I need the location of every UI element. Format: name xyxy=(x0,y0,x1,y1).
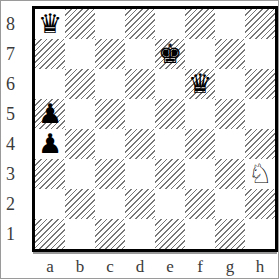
square-e1 xyxy=(155,219,185,249)
square-f6: ♛ xyxy=(185,69,215,99)
black-pawn-a5: ♟ xyxy=(38,100,62,127)
rank-label-6: 6 xyxy=(1,69,32,99)
square-c6 xyxy=(95,69,125,99)
file-label-e: e xyxy=(155,257,185,277)
chess-diagram-page: 87654321 ♛♚♛♟♟♘ abcdefgh xyxy=(0,0,279,279)
square-f3 xyxy=(185,159,215,189)
square-e6 xyxy=(155,69,185,99)
square-d5 xyxy=(125,99,155,129)
file-label-g: g xyxy=(215,257,245,277)
square-b4 xyxy=(65,129,95,159)
square-d7 xyxy=(125,39,155,69)
black-queen-f6: ♛ xyxy=(188,70,212,97)
square-a7 xyxy=(35,39,65,69)
square-b5 xyxy=(65,99,95,129)
square-h4 xyxy=(245,129,275,159)
square-d2 xyxy=(125,189,155,219)
square-h8 xyxy=(245,9,275,39)
square-b2 xyxy=(65,189,95,219)
square-a4: ♟ xyxy=(35,129,65,159)
square-b8 xyxy=(65,9,95,39)
square-d1 xyxy=(125,219,155,249)
square-a3 xyxy=(35,159,65,189)
square-e5 xyxy=(155,99,185,129)
square-e8 xyxy=(155,9,185,39)
rank-labels: 87654321 xyxy=(1,6,32,252)
square-c3 xyxy=(95,159,125,189)
black-queen-a8: ♛ xyxy=(38,10,62,37)
square-b6 xyxy=(65,69,95,99)
square-g1 xyxy=(215,219,245,249)
square-h5 xyxy=(245,99,275,129)
black-pawn-a4: ♟ xyxy=(38,130,62,157)
file-label-b: b xyxy=(65,257,95,277)
square-a2 xyxy=(35,189,65,219)
square-f8 xyxy=(185,9,215,39)
square-h6 xyxy=(245,69,275,99)
square-c7 xyxy=(95,39,125,69)
square-g8 xyxy=(215,9,245,39)
square-h1 xyxy=(245,219,275,249)
rank-label-8: 8 xyxy=(1,9,32,39)
square-e2 xyxy=(155,189,185,219)
square-g5 xyxy=(215,99,245,129)
rank-label-1: 1 xyxy=(1,219,32,249)
file-label-d: d xyxy=(125,257,155,277)
rank-label-5: 5 xyxy=(1,99,32,129)
rank-label-7: 7 xyxy=(1,39,32,69)
square-g7 xyxy=(215,39,245,69)
square-c5 xyxy=(95,99,125,129)
square-d6 xyxy=(125,69,155,99)
square-g6 xyxy=(215,69,245,99)
square-a8: ♛ xyxy=(35,9,65,39)
rank-label-2: 2 xyxy=(1,189,32,219)
rank-label-3: 3 xyxy=(1,159,32,189)
square-b7 xyxy=(65,39,95,69)
white-knight-h3: ♘ xyxy=(248,160,272,187)
rank-label-4: 4 xyxy=(1,129,32,159)
square-g3 xyxy=(215,159,245,189)
black-king-e7: ♚ xyxy=(158,40,182,67)
file-label-f: f xyxy=(185,257,215,277)
square-f4 xyxy=(185,129,215,159)
square-d3 xyxy=(125,159,155,189)
square-a1 xyxy=(35,219,65,249)
chess-board: ♛♚♛♟♟♘ xyxy=(32,6,278,252)
square-f7 xyxy=(185,39,215,69)
square-c1 xyxy=(95,219,125,249)
file-labels: abcdefgh xyxy=(35,257,278,277)
square-h3: ♘ xyxy=(245,159,275,189)
square-g4 xyxy=(215,129,245,159)
file-label-h: h xyxy=(245,257,275,277)
chess-diagram: 87654321 ♛♚♛♟♟♘ abcdefgh xyxy=(1,6,278,277)
square-c2 xyxy=(95,189,125,219)
square-d4 xyxy=(125,129,155,159)
square-h7 xyxy=(245,39,275,69)
square-f5 xyxy=(185,99,215,129)
file-label-a: a xyxy=(35,257,65,277)
square-c4 xyxy=(95,129,125,159)
square-a5: ♟ xyxy=(35,99,65,129)
square-f2 xyxy=(185,189,215,219)
square-b3 xyxy=(65,159,95,189)
board-area: 87654321 ♛♚♛♟♟♘ xyxy=(1,6,278,252)
square-d8 xyxy=(125,9,155,39)
square-g2 xyxy=(215,189,245,219)
square-h2 xyxy=(245,189,275,219)
square-a6 xyxy=(35,69,65,99)
square-c8 xyxy=(95,9,125,39)
square-e4 xyxy=(155,129,185,159)
square-e7: ♚ xyxy=(155,39,185,69)
square-f1 xyxy=(185,219,215,249)
square-b1 xyxy=(65,219,95,249)
file-label-c: c xyxy=(95,257,125,277)
square-e3 xyxy=(155,159,185,189)
